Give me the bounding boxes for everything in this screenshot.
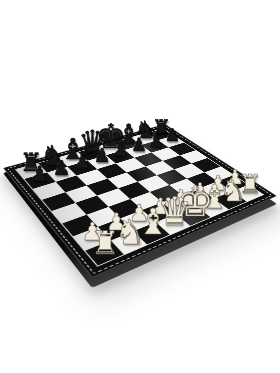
chess-set-photo: ♜♞♝♛♚♝♞♜♟♟♟♟♟♟♟♟♟♟♟♟♟♟♟♟♜♞♝♛♚♝♞♜ (0, 0, 280, 373)
chess-board (3, 124, 277, 278)
